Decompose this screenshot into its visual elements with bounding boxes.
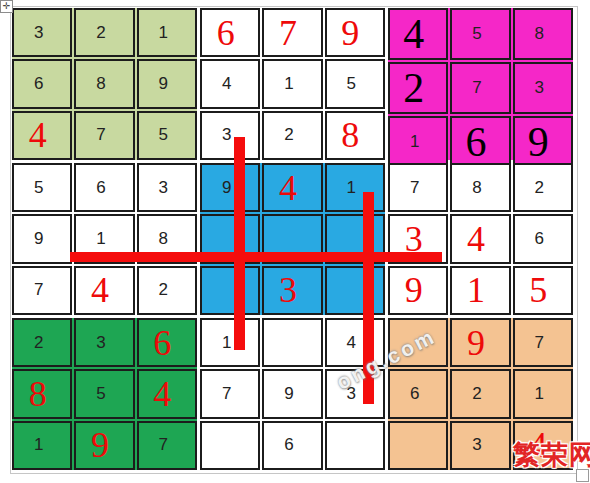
cell-r6c6[interactable] <box>325 266 385 315</box>
cell-r6c2[interactable]: 4 <box>74 266 134 315</box>
red-horizontal-line <box>70 252 442 262</box>
sudoku-screenshot: ✛ 32168947567941532845827316956391874294… <box>0 0 590 483</box>
block-2: 679415328 <box>200 8 385 160</box>
cell-r4c2[interactable]: 6 <box>74 163 134 212</box>
cell-r8c3[interactable]: 4 <box>137 369 197 418</box>
cell-r2c8[interactable]: 7 <box>450 62 510 114</box>
cell-r7c2[interactable]: 3 <box>74 318 134 367</box>
cell-r3c2[interactable]: 7 <box>74 111 134 160</box>
cell-r2c3[interactable]: 9 <box>137 59 197 108</box>
cell-r7c8[interactable]: 9 <box>450 318 510 367</box>
cell-r5c8[interactable]: 4 <box>450 214 510 263</box>
block-4: 563918742 <box>12 163 197 315</box>
block-8: 147936 <box>200 318 385 470</box>
cell-r6c3[interactable]: 2 <box>137 266 197 315</box>
cell-r9c6[interactable] <box>325 421 385 470</box>
move-cross-icon: ✛ <box>3 2 11 11</box>
block-1: 321689475 <box>12 8 197 160</box>
cell-r1c1[interactable]: 3 <box>12 8 72 57</box>
table-move-handle-icon[interactable]: ✛ <box>0 0 13 13</box>
cell-r7c9[interactable]: 7 <box>513 318 573 367</box>
cell-r6c9[interactable]: 5 <box>513 266 573 315</box>
cell-r3c5[interactable]: 2 <box>262 111 322 160</box>
cell-r5c9[interactable]: 6 <box>513 214 573 263</box>
cell-r2c1[interactable]: 6 <box>12 59 72 108</box>
block-6: 782346915 <box>388 163 573 315</box>
cell-r1c4[interactable]: 6 <box>200 8 260 57</box>
cell-r9c7[interactable] <box>388 421 448 470</box>
cell-r6c4[interactable] <box>200 266 260 315</box>
cell-r4c1[interactable]: 5 <box>12 163 72 212</box>
cell-r1c3[interactable]: 1 <box>137 8 197 57</box>
cell-r6c7[interactable]: 9 <box>388 266 448 315</box>
cell-r1c8[interactable]: 5 <box>450 8 510 60</box>
cell-r7c1[interactable]: 2 <box>12 318 72 367</box>
cell-r9c5[interactable]: 6 <box>262 421 322 470</box>
cell-r1c5[interactable]: 7 <box>262 8 322 57</box>
cell-r4c9[interactable]: 2 <box>513 163 573 212</box>
cell-r1c9[interactable]: 8 <box>513 8 573 60</box>
cell-r2c2[interactable]: 8 <box>74 59 134 108</box>
cell-r7c4[interactable]: 1 <box>200 318 260 367</box>
cell-r8c1[interactable]: 8 <box>12 369 72 418</box>
cell-r8c8[interactable]: 2 <box>450 369 510 418</box>
cell-r5c1[interactable]: 9 <box>12 214 72 263</box>
block-5: 9413 <box>200 163 385 315</box>
cell-r3c7[interactable]: 1 <box>388 116 448 168</box>
cell-r1c7[interactable]: 4 <box>388 8 448 60</box>
cell-r3c8[interactable]: 6 <box>450 116 510 168</box>
cell-r2c4[interactable]: 4 <box>200 59 260 108</box>
cell-r8c4[interactable]: 7 <box>200 369 260 418</box>
cell-r8c7[interactable]: 6 <box>388 369 448 418</box>
cell-r3c9[interactable]: 9 <box>513 116 573 168</box>
block-7: 236854197 <box>12 318 197 470</box>
cell-r6c1[interactable]: 7 <box>12 266 72 315</box>
cell-r3c1[interactable]: 4 <box>12 111 72 160</box>
cell-r3c3[interactable]: 5 <box>137 111 197 160</box>
cell-r1c2[interactable]: 2 <box>74 8 134 57</box>
cell-r7c5[interactable] <box>262 318 322 367</box>
cell-r9c3[interactable]: 7 <box>137 421 197 470</box>
cell-r6c8[interactable]: 1 <box>450 266 510 315</box>
cell-r2c9[interactable]: 3 <box>513 62 573 114</box>
cell-r2c6[interactable]: 5 <box>325 59 385 108</box>
cell-r4c6[interactable]: 1 <box>325 163 385 212</box>
cell-r2c5[interactable]: 1 <box>262 59 322 108</box>
cell-r7c3[interactable]: 6 <box>137 318 197 367</box>
red-vertical-line-left <box>234 137 245 350</box>
cell-r3c6[interactable]: 8 <box>325 111 385 160</box>
site-watermark: 繁荣网 <box>513 437 590 473</box>
cell-r9c4[interactable] <box>200 421 260 470</box>
cell-r3c4[interactable]: 3 <box>200 111 260 160</box>
cell-r9c8[interactable]: 3 <box>450 421 510 470</box>
sudoku-board: 3216894756794153284582731695639187429413… <box>12 8 573 470</box>
cell-r8c5[interactable]: 9 <box>262 369 322 418</box>
cell-r1c6[interactable]: 9 <box>325 8 385 57</box>
block-3: 458273169 <box>388 8 573 160</box>
cell-r4c7[interactable]: 7 <box>388 163 448 212</box>
cell-r4c5[interactable]: 4 <box>262 163 322 212</box>
cell-r4c4[interactable]: 9 <box>200 163 260 212</box>
cell-r2c7[interactable]: 2 <box>388 62 448 114</box>
cell-r8c2[interactable]: 5 <box>74 369 134 418</box>
cell-r4c8[interactable]: 8 <box>450 163 510 212</box>
cell-r8c9[interactable]: 1 <box>513 369 573 418</box>
cell-r9c1[interactable]: 1 <box>12 421 72 470</box>
cell-r9c2[interactable]: 9 <box>74 421 134 470</box>
cell-r4c3[interactable]: 3 <box>137 163 197 212</box>
cell-r6c5[interactable]: 3 <box>262 266 322 315</box>
